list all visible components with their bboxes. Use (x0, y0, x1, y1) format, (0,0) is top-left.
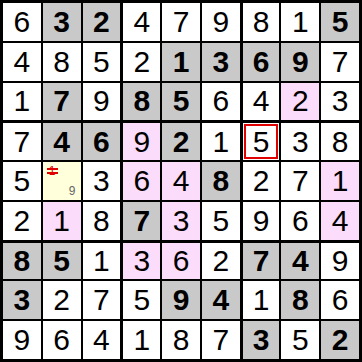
cell-digit: 6 (173, 246, 190, 276)
cell-r5c5[interactable]: 4 (162, 162, 200, 200)
cell-r6c2[interactable]: 1 (43, 202, 81, 240)
cell-r9c3[interactable]: 4 (83, 321, 121, 359)
cell-digit: 7 (93, 285, 110, 315)
cell-digit: 7 (253, 246, 270, 276)
cell-r8c7[interactable]: 1 (242, 281, 280, 319)
cell-digit: 1 (292, 7, 309, 37)
cell-r3c5[interactable]: 5 (162, 83, 200, 121)
cell-digit: 7 (292, 166, 309, 196)
cell-digit: 6 (93, 127, 110, 157)
cell-digit: 3 (173, 206, 190, 236)
cell-digit: 7 (133, 206, 150, 236)
cell-digit: 2 (292, 86, 309, 116)
cell-digit: 3 (14, 285, 31, 315)
cell-r5c3[interactable]: 3 (83, 162, 121, 200)
cell-r1c8[interactable]: 1 (281, 3, 319, 41)
cell-r7c9[interactable]: 9 (321, 242, 359, 280)
cell-digit: 8 (14, 246, 31, 276)
cell-digit: 3 (53, 7, 70, 37)
cell-digit: 4 (292, 246, 309, 276)
cell-r4c4[interactable]: 9 (122, 122, 160, 160)
cell-r3c7[interactable]: 4 (242, 83, 280, 121)
cell-digit: 2 (93, 7, 110, 37)
cell-r6c1[interactable]: 2 (3, 202, 41, 240)
cell-digit: 8 (93, 206, 110, 236)
cell-r3c2[interactable]: 7 (43, 83, 81, 121)
cell-r5c2[interactable]: 19 (43, 162, 81, 200)
cell-digit: 2 (332, 325, 349, 355)
cell-r1c2[interactable]: 3 (43, 3, 81, 41)
cell-digit: 7 (173, 7, 190, 37)
cell-digit: 6 (53, 325, 70, 355)
cell-digit: 9 (332, 246, 349, 276)
cell-r9c5[interactable]: 8 (162, 321, 200, 359)
cell-r3c8[interactable]: 2 (281, 83, 319, 121)
cell-r5c9[interactable]: 1 (321, 162, 359, 200)
cell-digit: 3 (93, 166, 110, 196)
cell-r6c6[interactable]: 5 (202, 202, 240, 240)
cell-r2c9[interactable]: 7 (321, 43, 359, 81)
cell-r1c9[interactable]: 5 (321, 3, 359, 41)
cell-r8c8[interactable]: 8 (281, 281, 319, 319)
cell-r1c1[interactable]: 6 (3, 3, 41, 41)
cell-digit: 7 (332, 47, 349, 77)
cell-digit: 8 (173, 325, 190, 355)
cell-digit: 7 (14, 127, 31, 157)
cell-r2c3[interactable]: 5 (83, 43, 121, 81)
cell-digit: 5 (93, 47, 110, 77)
cell-digit: 6 (133, 166, 150, 196)
cell-digit: 8 (53, 47, 70, 77)
cell-digit: 1 (14, 86, 31, 116)
cell-digit: 6 (253, 47, 270, 77)
cell-digit: 5 (292, 325, 309, 355)
cell-r9c4[interactable]: 1 (122, 321, 160, 359)
cell-digit: 2 (53, 285, 70, 315)
cell-r4c5[interactable]: 2 (162, 122, 200, 160)
cell-digit: 3 (212, 47, 229, 77)
cell-r4c2[interactable]: 4 (43, 122, 81, 160)
cell-r6c3[interactable]: 8 (83, 202, 121, 240)
cell-r7c1[interactable]: 8 (3, 242, 41, 280)
cell-r2c5[interactable]: 1 (162, 43, 200, 81)
cell-r2c1[interactable]: 4 (3, 43, 41, 81)
cell-r1c7[interactable]: 8 (242, 3, 280, 41)
cell-r1c5[interactable]: 7 (162, 3, 200, 41)
cell-r5c6[interactable]: 8 (202, 162, 240, 200)
cell-digit: 6 (292, 206, 309, 236)
cell-digit: 2 (133, 47, 150, 77)
cell-r3c9[interactable]: 3 (321, 83, 359, 121)
cell-r8c4[interactable]: 5 (122, 281, 160, 319)
cell-digit: 9 (173, 285, 190, 315)
cell-r7c5[interactable]: 6 (162, 242, 200, 280)
cell-digit: 4 (212, 285, 229, 315)
cell-digit: 8 (292, 285, 309, 315)
cell-r7c6[interactable]: 2 (202, 242, 240, 280)
cell-digit: 4 (14, 47, 31, 77)
cell-digit: 1 (93, 246, 110, 276)
cell-digit: 7 (212, 325, 229, 355)
cell-r2c4[interactable]: 2 (122, 43, 160, 81)
cell-digit: 6 (14, 7, 31, 37)
cell-r1c4[interactable]: 4 (122, 3, 160, 41)
cell-digit: 8 (253, 7, 270, 37)
cell-digit: 3 (133, 246, 150, 276)
cell-r6c7[interactable]: 9 (242, 202, 280, 240)
cell-r8c5[interactable]: 9 (162, 281, 200, 319)
cell-r2c2[interactable]: 8 (43, 43, 81, 81)
cell-r3c4[interactable]: 8 (122, 83, 160, 121)
cell-digit: 2 (173, 127, 190, 157)
cell-r9c8[interactable]: 5 (281, 321, 319, 359)
cell-digit: 4 (133, 7, 150, 37)
cell-digit: 2 (14, 206, 31, 236)
cell-digit: 4 (53, 127, 70, 157)
cell-r6c5[interactable]: 3 (162, 202, 200, 240)
cell-digit: 4 (253, 86, 270, 116)
cell-digit: 9 (14, 325, 31, 355)
cell-r9c9[interactable]: 2 (321, 321, 359, 359)
cell-r4c8[interactable]: 3 (281, 122, 319, 160)
cell-r8c3[interactable]: 7 (83, 281, 121, 319)
cell-r5c1[interactable]: 5 (3, 162, 41, 200)
cell-r7c2[interactable]: 5 (43, 242, 81, 280)
cell-digit: 4 (173, 166, 190, 196)
cell-r2c6[interactable]: 3 (202, 43, 240, 81)
cell-r8c1[interactable]: 3 (3, 281, 41, 319)
cell-digit: 1 (53, 206, 70, 236)
cell-r5c4[interactable]: 6 (122, 162, 160, 200)
cell-digit: 5 (173, 86, 190, 116)
cell-r4c9[interactable]: 8 (321, 122, 359, 160)
cell-r4c3[interactable]: 6 (83, 122, 121, 160)
cell-digit: 6 (212, 86, 229, 116)
cell-r6c4[interactable]: 7 (122, 202, 160, 240)
cell-digit: 5 (133, 285, 150, 315)
cell-digit: 5 (212, 206, 229, 236)
cell-r4c7[interactable]: 5 (242, 122, 280, 160)
cell-digit: 5 (53, 246, 70, 276)
cell-digit: 3 (253, 325, 270, 355)
cell-r1c3[interactable]: 2 (83, 3, 121, 41)
cell-r9c2[interactable]: 6 (43, 321, 81, 359)
cell-digit: 2 (212, 246, 229, 276)
cell-r3c3[interactable]: 9 (83, 83, 121, 121)
pencil-mark-1-crossed: 1 (49, 165, 56, 177)
cell-digit: 9 (292, 47, 309, 77)
pencil-mark-9: 9 (69, 185, 76, 197)
cell-r9c7[interactable]: 3 (242, 321, 280, 359)
cell-r5c7[interactable]: 2 (242, 162, 280, 200)
cell-r8c6[interactable]: 4 (202, 281, 240, 319)
cell-r6c8[interactable]: 6 (281, 202, 319, 240)
cell-digit: 9 (133, 127, 150, 157)
cell-r7c3[interactable]: 1 (83, 242, 121, 280)
cell-r8c2[interactable]: 2 (43, 281, 81, 319)
cell-digit: 1 (253, 285, 270, 315)
sudoku-board: 6324798154852136971798564237469215385193… (0, 0, 362, 362)
cell-digit: 1 (133, 325, 150, 355)
cell-r4c1[interactable]: 7 (3, 122, 41, 160)
cell-digit: 5 (253, 127, 270, 157)
cell-r7c4[interactable]: 3 (122, 242, 160, 280)
cell-digit: 8 (332, 127, 349, 157)
cell-digit: 3 (332, 86, 349, 116)
cell-digit: 7 (53, 86, 70, 116)
cell-r5c8[interactable]: 7 (281, 162, 319, 200)
cell-digit: 9 (212, 7, 229, 37)
cell-digit: 9 (93, 86, 110, 116)
cell-digit: 4 (332, 206, 349, 236)
cell-r3c1[interactable]: 1 (3, 83, 41, 121)
cell-r3c6[interactable]: 6 (202, 83, 240, 121)
cell-r2c8[interactable]: 9 (281, 43, 319, 81)
cell-digit: 8 (212, 166, 229, 196)
cell-digit: 9 (253, 206, 270, 236)
cell-r9c6[interactable]: 7 (202, 321, 240, 359)
cell-r1c6[interactable]: 9 (202, 3, 240, 41)
cell-r4c6[interactable]: 1 (202, 122, 240, 160)
cell-digit: 4 (93, 325, 110, 355)
cell-digit: 5 (332, 7, 349, 37)
cell-r6c9[interactable]: 4 (321, 202, 359, 240)
cell-digit: 8 (133, 86, 150, 116)
cell-digit: 5 (14, 166, 31, 196)
cell-digit: 2 (253, 166, 270, 196)
cell-digit: 1 (212, 127, 229, 157)
cell-r7c8[interactable]: 4 (281, 242, 319, 280)
cell-r2c7[interactable]: 6 (242, 43, 280, 81)
cell-r8c9[interactable]: 6 (321, 281, 359, 319)
cell-digit: 6 (332, 285, 349, 315)
cell-r7c7[interactable]: 7 (242, 242, 280, 280)
cell-digit: 1 (173, 47, 190, 77)
cell-digit: 3 (292, 127, 309, 157)
cell-digit: 1 (332, 166, 349, 196)
cell-r9c1[interactable]: 9 (3, 321, 41, 359)
